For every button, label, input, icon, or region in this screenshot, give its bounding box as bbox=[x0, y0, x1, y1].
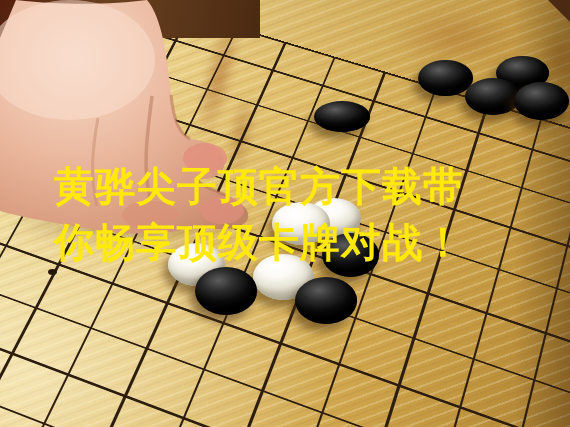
black-stone bbox=[314, 101, 370, 132]
black-stone bbox=[295, 277, 357, 324]
black-stone bbox=[514, 82, 569, 120]
black-stone bbox=[418, 60, 473, 96]
overlay-text-line2: 你畅享顶级卡牌对战！ bbox=[54, 220, 464, 264]
overlay-text-line1: 黄骅尖子顶官方下载带 bbox=[54, 164, 464, 208]
black-stone bbox=[465, 78, 521, 115]
promo-banner[interactable]: 黄骅尖子顶官方下载带 你畅享顶级卡牌对战！ bbox=[0, 0, 570, 427]
black-stone bbox=[195, 267, 257, 315]
